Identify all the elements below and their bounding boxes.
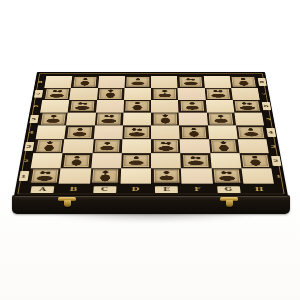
royal-portrait-engraving — [70, 101, 94, 111]
royal-portrait-engraving — [153, 113, 177, 124]
square-b1 — [59, 168, 91, 183]
royal-portrait-engraving — [180, 101, 204, 111]
rank-label-6: 6 — [30, 100, 43, 113]
rank-label-7: 7 — [34, 90, 43, 98]
square-a3 — [33, 139, 64, 153]
file-label-f: F — [182, 185, 214, 193]
square-e8 — [151, 76, 178, 88]
square-b8 — [71, 76, 99, 88]
square-a7 — [42, 88, 71, 100]
square-a5 — [38, 112, 68, 125]
square-b7 — [69, 88, 97, 100]
rank-label-5: 5 — [262, 112, 275, 125]
royal-portrait-engraving — [235, 101, 260, 111]
square-a1 — [28, 168, 61, 183]
square-a4 — [36, 125, 67, 139]
file-label-h: H — [243, 185, 275, 193]
square-c5 — [94, 112, 123, 125]
board-grid — [28, 76, 274, 184]
square-e1 — [151, 168, 182, 183]
royal-portrait-engraving — [153, 89, 176, 99]
file-label-c: C — [93, 186, 116, 193]
square-c2 — [91, 153, 122, 168]
square-d4 — [122, 125, 151, 139]
royal-portrait-engraving — [209, 113, 234, 124]
lid-seam — [15, 196, 287, 197]
rank-label-4: 4 — [25, 125, 38, 139]
royal-portrait-engraving — [31, 169, 58, 182]
square-g6 — [205, 100, 234, 113]
rank-label-1: 1 — [18, 171, 29, 181]
rank-label-4: 4 — [266, 128, 276, 137]
rank-label-8: 8 — [257, 78, 266, 86]
square-g5 — [206, 112, 235, 125]
square-f3 — [180, 139, 210, 153]
royal-portrait-engraving — [242, 155, 269, 167]
file-label-b: B — [58, 185, 90, 193]
square-e5 — [151, 112, 179, 125]
royal-portrait-engraving — [63, 155, 89, 167]
square-f4 — [179, 125, 208, 139]
royal-portrait-engraving — [123, 155, 148, 167]
square-a2 — [31, 153, 63, 168]
square-h4 — [236, 125, 267, 139]
square-d8 — [124, 76, 151, 88]
file-label-g: G — [217, 186, 241, 193]
clasp-right-icon — [220, 197, 238, 208]
square-b3 — [63, 139, 94, 153]
square-d2 — [121, 153, 151, 168]
square-f5 — [179, 112, 208, 125]
file-label-d: D — [120, 185, 151, 193]
square-h2 — [239, 153, 271, 168]
square-e7 — [151, 88, 178, 100]
royal-portrait-engraving — [40, 113, 65, 124]
royal-portrait-engraving — [211, 140, 237, 152]
royal-portrait-engraving — [153, 140, 178, 152]
file-labels: ABCDEFGH — [26, 185, 275, 193]
square-a6 — [40, 100, 69, 113]
rank-label-3: 3 — [24, 142, 34, 151]
square-g1 — [211, 168, 243, 183]
square-c1 — [90, 168, 121, 183]
square-g3 — [209, 139, 240, 153]
rank-label-5: 5 — [29, 115, 39, 124]
square-f1 — [181, 168, 212, 183]
square-h3 — [238, 139, 269, 153]
square-b6 — [68, 100, 97, 113]
rank-label-7: 7 — [258, 88, 270, 100]
square-d3 — [122, 139, 151, 153]
square-f6 — [178, 100, 206, 113]
square-c4 — [93, 125, 122, 139]
square-e6 — [151, 100, 179, 113]
square-h1 — [241, 168, 274, 183]
file-label-a: A — [31, 186, 55, 193]
square-h8 — [229, 76, 257, 88]
chessboard-lid: ABCDEFGH 87654321 87654321 — [14, 72, 288, 196]
square-f2 — [180, 153, 211, 168]
rank-label-1: 1 — [271, 168, 285, 183]
royal-portrait-engraving — [182, 127, 207, 138]
square-b5 — [66, 112, 95, 125]
rank-label-2: 2 — [271, 156, 281, 166]
square-d5 — [123, 112, 151, 125]
royal-portrait-engraving — [207, 89, 231, 99]
square-h6 — [233, 100, 262, 113]
square-f8 — [177, 76, 204, 88]
royal-portrait-engraving — [67, 127, 92, 138]
square-c8 — [98, 76, 125, 88]
square-g8 — [203, 76, 231, 88]
royal-portrait-engraving — [232, 77, 256, 87]
product-photo-chess-box: ABCDEFGH 87654321 87654321 — [0, 0, 300, 300]
royal-portrait-engraving — [126, 101, 149, 111]
royal-portrait-engraving — [99, 89, 122, 99]
rank-label-3: 3 — [266, 139, 280, 153]
square-f7 — [178, 88, 206, 100]
clasp-hook — [64, 200, 71, 207]
square-g2 — [210, 153, 241, 168]
clasp-left-icon — [58, 197, 76, 208]
square-c3 — [92, 139, 122, 153]
royal-portrait-engraving — [95, 140, 120, 152]
file-label-e: E — [155, 186, 178, 193]
square-b2 — [61, 153, 92, 168]
square-a8 — [44, 76, 72, 88]
square-e3 — [151, 139, 180, 153]
box-front-face — [12, 195, 290, 214]
royal-portrait-engraving — [238, 127, 264, 138]
royal-portrait-engraving — [125, 127, 149, 138]
rank-label-6: 6 — [261, 102, 270, 110]
square-d7 — [124, 88, 151, 100]
royal-portrait-engraving — [92, 169, 118, 182]
square-g4 — [208, 125, 238, 139]
square-g7 — [204, 88, 232, 100]
royal-portrait-engraving — [73, 77, 96, 87]
royal-portrait-engraving — [179, 77, 202, 87]
square-e4 — [151, 125, 180, 139]
square-h7 — [231, 88, 260, 100]
clasp-hook — [226, 200, 233, 207]
royal-portrait-engraving — [127, 77, 149, 87]
rank-label-8: 8 — [34, 76, 46, 88]
square-d6 — [123, 100, 151, 113]
square-b4 — [64, 125, 94, 139]
board-frame: ABCDEFGH 87654321 87654321 — [14, 72, 288, 196]
royal-portrait-engraving — [45, 89, 69, 99]
royal-portrait-engraving — [153, 169, 179, 182]
square-h5 — [234, 112, 264, 125]
square-d1 — [120, 168, 151, 183]
royal-portrait-engraving — [214, 169, 241, 182]
square-c7 — [97, 88, 125, 100]
royal-portrait-engraving — [183, 155, 209, 167]
square-c6 — [96, 100, 124, 113]
royal-portrait-engraving — [97, 113, 121, 124]
royal-portrait-engraving — [36, 140, 62, 152]
square-e2 — [151, 153, 181, 168]
